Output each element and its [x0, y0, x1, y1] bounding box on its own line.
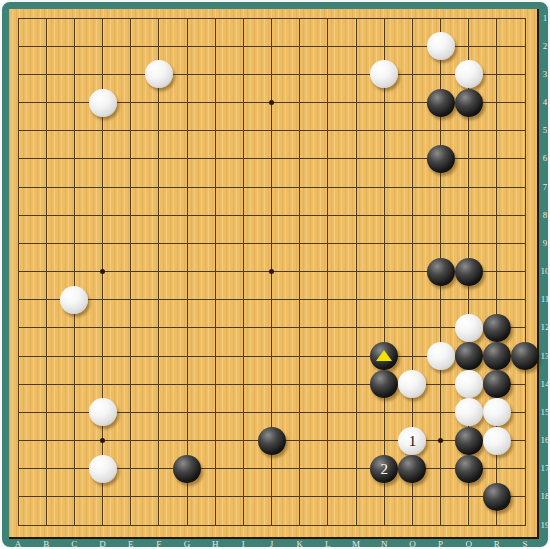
- row-label-5: 5: [539, 125, 550, 136]
- row-label-9: 9: [539, 238, 550, 249]
- row-label-6: 6: [539, 153, 550, 164]
- black-stone-Q13[interactable]: [455, 342, 483, 370]
- black-stone-G17[interactable]: [173, 455, 201, 483]
- white-stone-Q3[interactable]: [455, 60, 483, 88]
- grid-line-vertical: [299, 18, 300, 526]
- grid-line-vertical: [327, 18, 328, 526]
- row-label-14: 14: [539, 379, 550, 390]
- column-label-F: F: [152, 539, 166, 549]
- go-diagram-frame: ABCDEFGHIJKLMNOPQRS123456789101112131415…: [0, 0, 550, 549]
- column-label-G: G: [180, 539, 194, 549]
- black-stone-P6[interactable]: [427, 145, 455, 173]
- row-label-2: 2: [539, 41, 550, 52]
- black-stone-J16[interactable]: [258, 427, 286, 455]
- column-label-N: N: [377, 539, 391, 549]
- column-label-O: O: [405, 539, 419, 549]
- white-stone-C11[interactable]: [60, 286, 88, 314]
- row-label-16: 16: [539, 435, 550, 446]
- black-stone-R14[interactable]: [483, 370, 511, 398]
- move-number-label: 2: [370, 455, 398, 483]
- white-stone-D17[interactable]: [89, 455, 117, 483]
- column-label-J: J: [265, 539, 279, 549]
- black-stone-O17[interactable]: [398, 455, 426, 483]
- grid-line-vertical: [384, 18, 385, 526]
- column-label-S: S: [518, 539, 532, 549]
- white-stone-R16[interactable]: [483, 427, 511, 455]
- black-stone-Q16[interactable]: [455, 427, 483, 455]
- black-stone-N17[interactable]: 2: [370, 455, 398, 483]
- grid-line-vertical: [356, 18, 357, 526]
- column-label-E: E: [124, 539, 138, 549]
- row-label-11: 11: [539, 294, 550, 305]
- triangle-mark-icon: [376, 350, 392, 361]
- row-label-17: 17: [539, 463, 550, 474]
- grid-line-horizontal: [18, 299, 526, 300]
- column-label-H: H: [208, 539, 222, 549]
- row-label-7: 7: [539, 182, 550, 193]
- star-point: [269, 100, 274, 105]
- black-stone-P10[interactable]: [427, 258, 455, 286]
- column-label-I: I: [236, 539, 250, 549]
- row-label-10: 10: [539, 266, 550, 277]
- white-stone-D15[interactable]: [89, 398, 117, 426]
- column-label-L: L: [321, 539, 335, 549]
- black-stone-R12[interactable]: [483, 314, 511, 342]
- white-stone-P2[interactable]: [427, 32, 455, 60]
- row-label-19: 19: [539, 520, 550, 531]
- black-stone-Q4[interactable]: [455, 89, 483, 117]
- black-stone-S13[interactable]: [511, 342, 539, 370]
- white-stone-P13[interactable]: [427, 342, 455, 370]
- row-label-3: 3: [539, 69, 550, 80]
- column-label-A: A: [11, 539, 25, 549]
- star-point: [100, 269, 105, 274]
- white-stone-Q14[interactable]: [455, 370, 483, 398]
- column-label-K: K: [293, 539, 307, 549]
- column-label-R: R: [490, 539, 504, 549]
- white-stone-F3[interactable]: [145, 60, 173, 88]
- white-stone-D4[interactable]: [89, 89, 117, 117]
- column-label-Q: Q: [462, 539, 476, 549]
- black-stone-P4[interactable]: [427, 89, 455, 117]
- row-label-15: 15: [539, 407, 550, 418]
- row-label-8: 8: [539, 210, 550, 221]
- black-stone-R18[interactable]: [483, 483, 511, 511]
- column-label-M: M: [349, 539, 363, 549]
- grid-line-horizontal: [18, 525, 526, 526]
- move-number-label: 1: [398, 427, 426, 455]
- star-point: [269, 269, 274, 274]
- black-stone-Q17[interactable]: [455, 455, 483, 483]
- row-label-1: 1: [539, 13, 550, 24]
- white-stone-Q12[interactable]: [455, 314, 483, 342]
- row-label-18: 18: [539, 491, 550, 502]
- column-label-B: B: [39, 539, 53, 549]
- white-stone-Q15[interactable]: [455, 398, 483, 426]
- column-label-C: C: [67, 539, 81, 549]
- white-stone-O16[interactable]: 1: [398, 427, 426, 455]
- grid-line-horizontal: [18, 496, 526, 497]
- black-stone-Q10[interactable]: [455, 258, 483, 286]
- row-label-13: 13: [539, 351, 550, 362]
- column-label-D: D: [96, 539, 110, 549]
- black-stone-R13[interactable]: [483, 342, 511, 370]
- column-label-P: P: [434, 539, 448, 549]
- row-label-12: 12: [539, 322, 550, 333]
- grid-line-horizontal: [18, 327, 526, 328]
- grid-line-vertical: [525, 18, 526, 526]
- row-label-4: 4: [539, 97, 550, 108]
- grid-line-horizontal: [18, 384, 526, 385]
